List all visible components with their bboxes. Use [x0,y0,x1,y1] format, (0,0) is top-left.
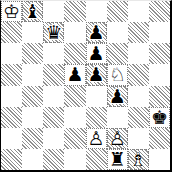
white-bishop: ♝♗ [128,149,149,170]
square-g1[interactable]: ♝♗ [128,149,149,170]
square-b2[interactable] [22,128,43,149]
square-f6[interactable] [107,43,128,64]
square-b4[interactable] [22,86,43,107]
square-a5[interactable] [1,64,22,85]
square-f8[interactable] [107,1,128,22]
chess-diagram: ♚♔♝♛♟♟♟♟♞♘♟♚♟♙♟♙♜♝♗ [0,0,172,172]
square-a2[interactable] [1,128,22,149]
square-h1[interactable] [149,149,170,170]
square-d4[interactable] [64,86,85,107]
square-c5[interactable] [43,64,64,85]
white-pawn-outline: ♙ [109,129,126,148]
black-rook: ♜ [107,149,128,170]
square-g8[interactable] [128,1,149,22]
square-e6[interactable]: ♟ [86,43,107,64]
black-pawn: ♟ [86,43,107,64]
square-h6[interactable] [149,43,170,64]
square-h5[interactable] [149,64,170,85]
square-b1[interactable] [22,149,43,170]
white-king: ♚♔ [1,1,22,22]
chess-board: ♚♔♝♛♟♟♟♟♞♘♟♚♟♙♟♙♜♝♗ [0,0,172,172]
white-pawn: ♟♙ [86,128,107,149]
square-f5[interactable]: ♞♘ [107,64,128,85]
square-b6[interactable] [22,43,43,64]
square-b3[interactable] [22,107,43,128]
square-g2[interactable] [128,128,149,149]
square-c6[interactable] [43,43,64,64]
square-e3[interactable] [86,107,107,128]
white-knight: ♞♘ [107,64,128,85]
white-pawn: ♟♙ [107,128,128,149]
square-d3[interactable] [64,107,85,128]
black-pawn: ♟ [107,86,128,107]
black-queen: ♛ [43,22,64,43]
square-d1[interactable] [64,149,85,170]
square-c2[interactable] [43,128,64,149]
square-a3[interactable] [1,107,22,128]
square-d6[interactable] [64,43,85,64]
square-h4[interactable] [149,86,170,107]
square-g5[interactable] [128,64,149,85]
square-d2[interactable] [64,128,85,149]
square-f2[interactable]: ♟♙ [107,128,128,149]
white-pawn-outline: ♙ [88,129,105,148]
square-c4[interactable] [43,86,64,107]
square-a8[interactable]: ♚♔ [1,1,22,22]
square-e8[interactable] [86,1,107,22]
square-c1[interactable] [43,149,64,170]
square-f3[interactable] [107,107,128,128]
square-d5[interactable]: ♟ [64,64,85,85]
square-h2[interactable] [149,128,170,149]
white-knight-outline: ♘ [109,65,126,84]
square-h7[interactable] [149,22,170,43]
square-c8[interactable] [43,1,64,22]
square-c7[interactable]: ♛ [43,22,64,43]
square-a7[interactable] [1,22,22,43]
square-f4[interactable]: ♟ [107,86,128,107]
square-e1[interactable] [86,149,107,170]
square-e5[interactable]: ♟ [86,64,107,85]
square-b8[interactable]: ♝ [22,1,43,22]
black-pawn: ♟ [86,64,107,85]
white-king-outline: ♔ [3,2,20,21]
square-h8[interactable] [149,1,170,22]
square-d8[interactable] [64,1,85,22]
square-g6[interactable] [128,43,149,64]
square-a4[interactable] [1,86,22,107]
black-pawn: ♟ [86,22,107,43]
square-d7[interactable] [64,22,85,43]
square-g4[interactable] [128,86,149,107]
white-bishop-outline: ♗ [130,150,147,169]
square-f7[interactable] [107,22,128,43]
square-e2[interactable]: ♟♙ [86,128,107,149]
black-king: ♚ [149,107,170,128]
black-bishop: ♝ [22,1,43,22]
square-e7[interactable]: ♟ [86,22,107,43]
square-e4[interactable] [86,86,107,107]
square-h3[interactable]: ♚ [149,107,170,128]
square-a6[interactable] [1,43,22,64]
square-b5[interactable] [22,64,43,85]
square-b7[interactable] [22,22,43,43]
square-g7[interactable] [128,22,149,43]
black-pawn: ♟ [64,64,85,85]
square-g3[interactable] [128,107,149,128]
square-a1[interactable] [1,149,22,170]
square-c3[interactable] [43,107,64,128]
square-f1[interactable]: ♜ [107,149,128,170]
